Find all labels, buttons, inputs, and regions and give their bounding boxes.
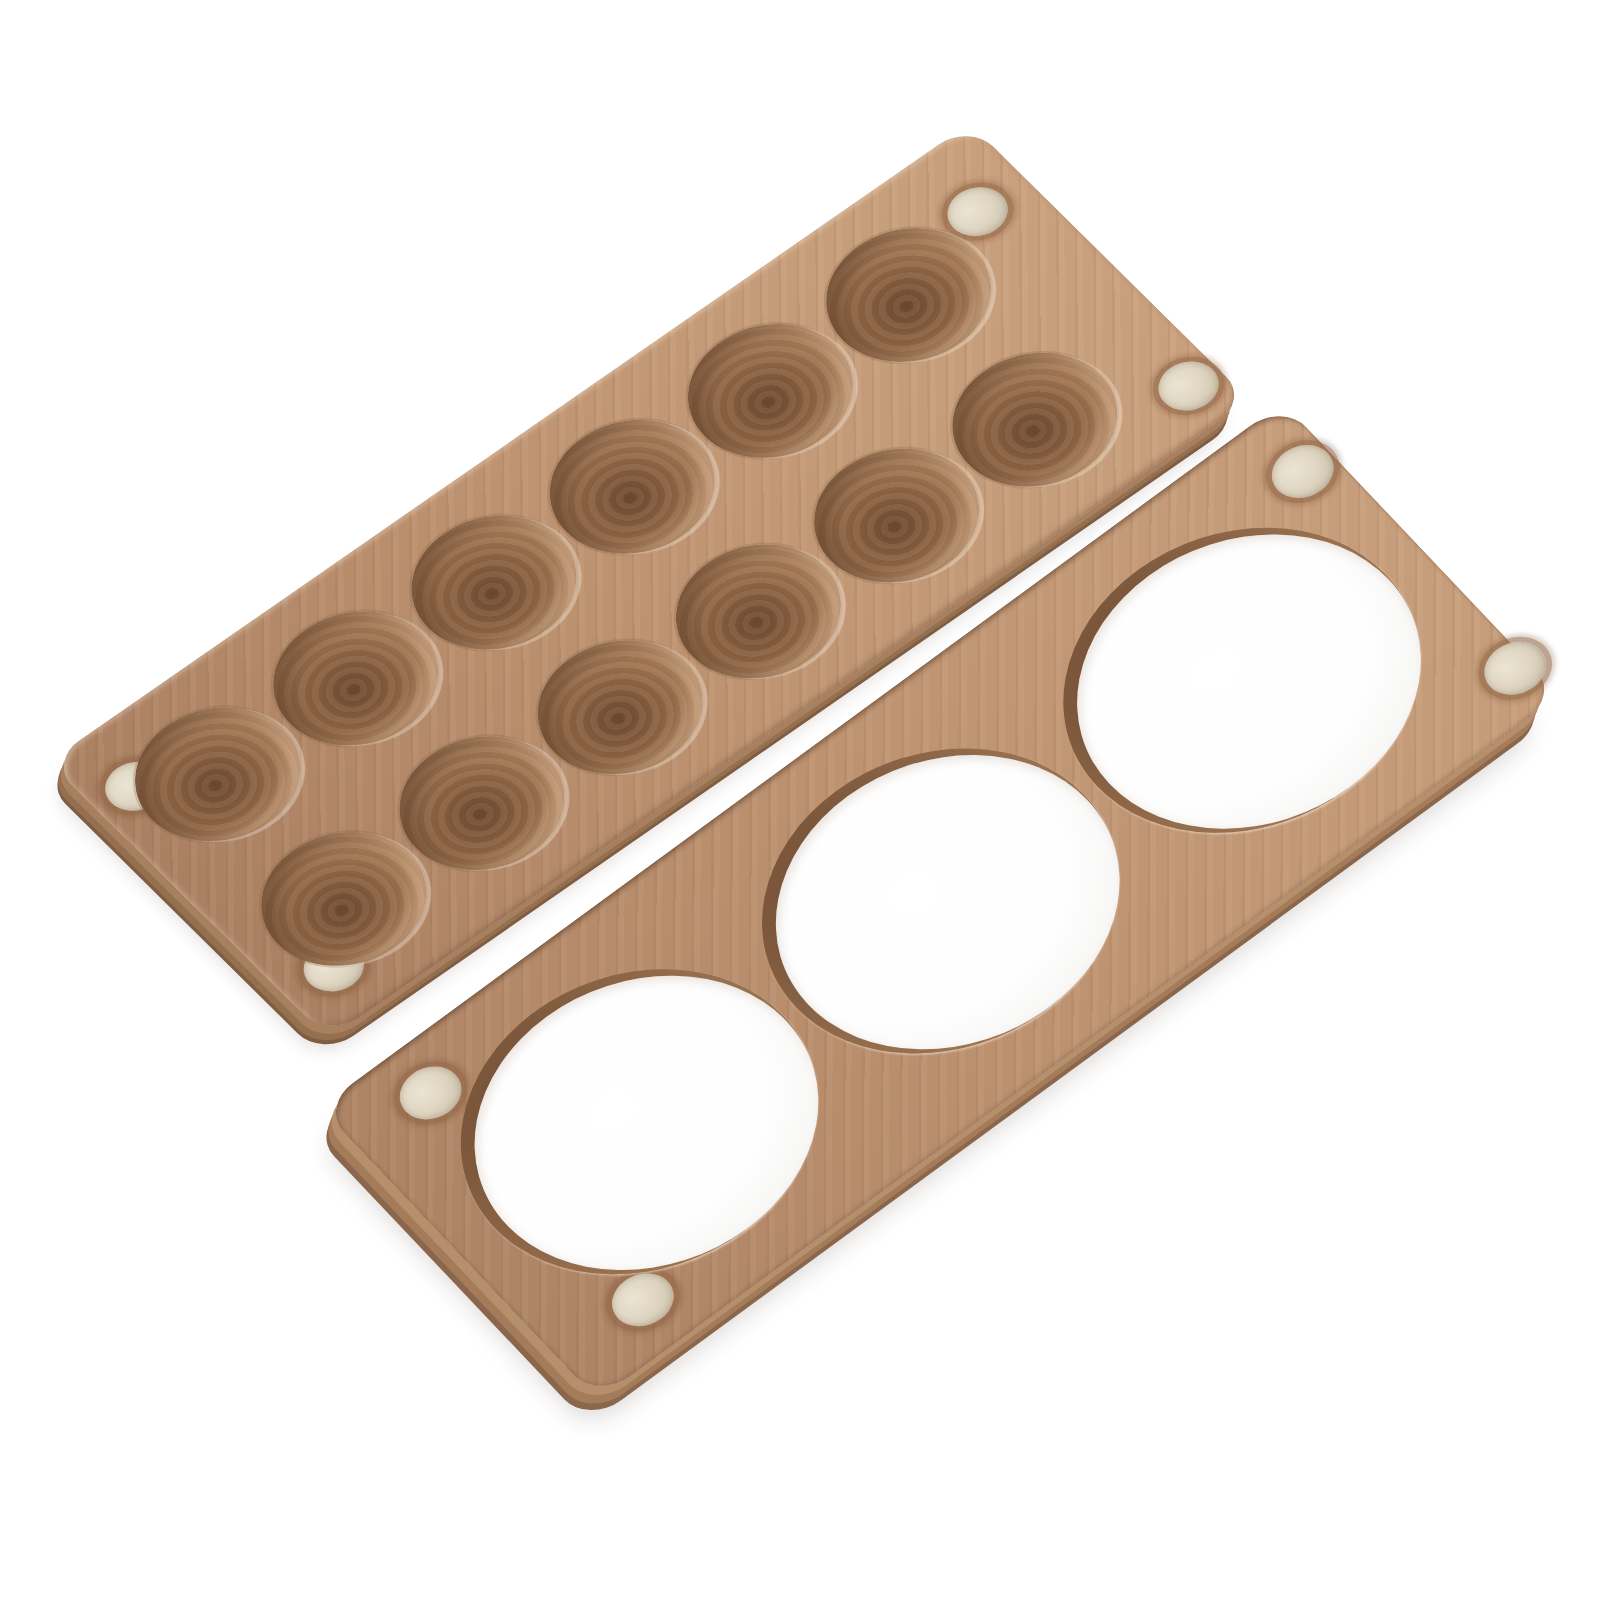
mancala-board-photo <box>0 0 1600 1600</box>
closure-magnet-icon <box>1146 351 1230 420</box>
